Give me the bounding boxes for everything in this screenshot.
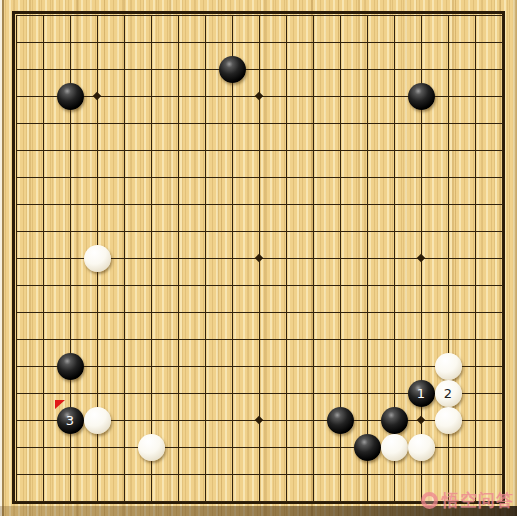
watermark: 悟空问答 xyxy=(421,489,514,512)
white-stone-D4 xyxy=(84,407,111,434)
watermark-text: 悟空问答 xyxy=(442,489,514,512)
black-stone-P4 xyxy=(381,407,408,434)
black-stone-Q5: 1 xyxy=(408,380,435,407)
go-board-grid: 312 xyxy=(3,2,516,515)
black-stone-N4 xyxy=(327,407,354,434)
black-stone-C6 xyxy=(57,353,84,380)
black-stone-C16 xyxy=(57,83,84,110)
white-stone-Q3 xyxy=(408,434,435,461)
move-number-label: 2 xyxy=(435,380,462,407)
white-stone-R4 xyxy=(435,407,462,434)
white-stone-R6 xyxy=(435,353,462,380)
white-stone-D10 xyxy=(84,245,111,272)
white-stone-P3 xyxy=(381,434,408,461)
black-stone-Q16 xyxy=(408,83,435,110)
black-stone-C4: 3 xyxy=(57,407,84,434)
white-stone-R5: 2 xyxy=(435,380,462,407)
black-stone-J17 xyxy=(219,56,246,83)
wukong-logo-icon xyxy=(421,492,438,509)
move-number-label: 3 xyxy=(57,407,84,434)
white-stone-F3 xyxy=(138,434,165,461)
go-board-diagram: 312 悟空问答 xyxy=(0,0,517,516)
black-stone-O3 xyxy=(354,434,381,461)
move-number-label: 1 xyxy=(408,380,435,407)
